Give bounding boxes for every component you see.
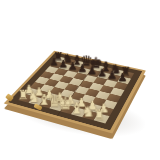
product-photo: ♜♞♝♛♚♝♞♜♟♟♟♟♟♟♟♟♟♟♟♟♟♟♟♟♜♞♝♛♚♝♞♜	[0, 0, 160, 160]
chess-board: ♜♞♝♛♚♝♞♜♟♟♟♟♟♟♟♟♟♟♟♟♟♟♟♟♜♞♝♛♚♝♞♜	[4, 51, 146, 134]
photo-scene: ♜♞♝♛♚♝♞♜♟♟♟♟♟♟♟♟♟♟♟♟♟♟♟♟♜♞♝♛♚♝♞♜	[0, 0, 160, 160]
white-rook-piece: ♜	[77, 108, 121, 122]
